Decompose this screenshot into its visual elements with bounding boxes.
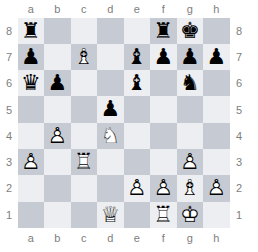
square-a4[interactable] [18, 123, 45, 149]
file-label-h: h [203, 230, 230, 246]
file-label-e: e [124, 1, 151, 17]
white-pawn-g3: ♟♙ [177, 149, 204, 175]
white-piece-fill: ♜ [71, 149, 98, 175]
rank-label-2: 2 [1, 175, 17, 201]
file-labels-bottom: abcdefgh [18, 230, 230, 246]
white-piece-outline: ♗ [177, 175, 204, 201]
square-h3[interactable] [203, 149, 230, 175]
square-g6[interactable]: ♞ [177, 70, 204, 96]
rank-label-1: 1 [1, 202, 17, 228]
square-f4[interactable] [150, 123, 177, 149]
square-h2[interactable]: ♟♙ [203, 175, 230, 201]
file-label-g: g [177, 1, 204, 17]
rank-label-4: 4 [1, 123, 17, 149]
white-piece-outline: ♙ [124, 175, 151, 201]
rank-labels-left: 87654321 [1, 18, 17, 228]
white-piece-fill: ♚ [177, 202, 204, 228]
square-c3[interactable]: ♜♖ [71, 149, 98, 175]
black-bishop-e7: ♝ [124, 44, 151, 70]
square-e6[interactable]: ♝ [124, 70, 151, 96]
white-pawn-e2: ♟♙ [124, 175, 151, 201]
rank-label-8: 8 [231, 18, 247, 44]
square-b5[interactable] [44, 96, 71, 122]
square-a2[interactable] [18, 175, 45, 201]
white-piece-fill: ♜ [150, 202, 177, 228]
square-g4[interactable] [177, 123, 204, 149]
square-c4[interactable] [71, 123, 98, 149]
black-pawn-b6: ♟ [44, 70, 71, 96]
white-piece-outline: ♙ [150, 175, 177, 201]
white-pawn-a3: ♟♙ [18, 149, 45, 175]
square-e5[interactable] [124, 96, 151, 122]
square-d7[interactable] [97, 44, 124, 70]
square-a8[interactable]: ♜ [18, 18, 45, 44]
square-g5[interactable] [177, 96, 204, 122]
white-piece-fill: ♟ [203, 175, 230, 201]
square-g8[interactable]: ♚ [177, 18, 204, 44]
file-label-d: d [97, 1, 124, 17]
square-f3[interactable] [150, 149, 177, 175]
white-piece-outline: ♙ [18, 149, 45, 175]
file-label-d: d [97, 230, 124, 246]
rank-label-4: 4 [231, 123, 247, 149]
white-rook-c3: ♜♖ [71, 149, 98, 175]
white-bishop-g2: ♝♗ [177, 175, 204, 201]
file-label-a: a [18, 1, 45, 17]
square-b4[interactable]: ♟♙ [44, 123, 71, 149]
rank-label-3: 3 [231, 149, 247, 175]
black-queen-a6: ♛ [18, 70, 45, 96]
black-rook-f8: ♜ [150, 18, 177, 44]
rank-label-5: 5 [231, 96, 247, 122]
white-piece-outline: ♕ [97, 202, 124, 228]
square-d5[interactable]: ♟ [97, 96, 124, 122]
square-f5[interactable] [150, 96, 177, 122]
white-piece-outline: ♙ [44, 123, 71, 149]
white-piece-outline: ♘ [97, 123, 124, 149]
rank-label-5: 5 [1, 96, 17, 122]
white-piece-outline: ♗ [71, 44, 98, 70]
rank-label-8: 8 [1, 18, 17, 44]
square-a7[interactable]: ♟ [18, 44, 45, 70]
square-d1[interactable]: ♛♕ [97, 202, 124, 228]
white-piece-outline: ♖ [150, 202, 177, 228]
square-h6[interactable] [203, 70, 230, 96]
rank-label-6: 6 [1, 70, 17, 96]
white-piece-fill: ♝ [71, 44, 98, 70]
white-knight-d4: ♞♘ [97, 123, 124, 149]
file-label-c: c [71, 230, 98, 246]
file-labels-top: abcdefgh [18, 1, 230, 17]
rank-labels-right: 87654321 [231, 18, 247, 228]
rank-label-7: 7 [231, 44, 247, 70]
square-a1[interactable] [18, 202, 45, 228]
square-f7[interactable]: ♟ [150, 44, 177, 70]
square-b7[interactable] [44, 44, 71, 70]
white-piece-fill: ♝ [177, 175, 204, 201]
rank-label-7: 7 [1, 44, 17, 70]
black-pawn-g7: ♟ [177, 44, 204, 70]
square-c6[interactable] [71, 70, 98, 96]
rank-label-3: 3 [1, 149, 17, 175]
chess-board: ♜♜♚♟♝♗♝♟♟♟♛♟♝♞♟♟♙♞♘♟♙♜♖♟♙♟♙♟♙♝♗♟♙♛♕♜♖♚♔ [18, 18, 230, 228]
chess-diagram: abcdefgh 87654321 ♜♜♚♟♝♗♝♟♟♟♛♟♝♞♟♟♙♞♘♟♙♜… [0, 0, 258, 252]
file-label-e: e [124, 230, 151, 246]
square-c2[interactable] [71, 175, 98, 201]
black-pawn-f7: ♟ [150, 44, 177, 70]
white-piece-fill: ♛ [97, 202, 124, 228]
white-pawn-f2: ♟♙ [150, 175, 177, 201]
square-c1[interactable] [71, 202, 98, 228]
black-knight-g6: ♞ [177, 70, 204, 96]
black-pawn-a7: ♟ [18, 44, 45, 70]
square-f6[interactable] [150, 70, 177, 96]
white-piece-fill: ♟ [124, 175, 151, 201]
file-label-b: b [44, 230, 71, 246]
file-label-b: b [44, 1, 71, 17]
white-bishop-c7: ♝♗ [71, 44, 98, 70]
black-king-g8: ♚ [177, 18, 204, 44]
square-e1[interactable] [124, 202, 151, 228]
square-e4[interactable] [124, 123, 151, 149]
square-f1[interactable]: ♜♖ [150, 202, 177, 228]
black-rook-a8: ♜ [18, 18, 45, 44]
square-h4[interactable] [203, 123, 230, 149]
file-label-h: h [203, 1, 230, 17]
white-pawn-h2: ♟♙ [203, 175, 230, 201]
square-a6[interactable]: ♛ [18, 70, 45, 96]
square-c8[interactable] [71, 18, 98, 44]
square-b1[interactable] [44, 202, 71, 228]
square-g7[interactable]: ♟ [177, 44, 204, 70]
square-f2[interactable]: ♟♙ [150, 175, 177, 201]
square-a5[interactable] [18, 96, 45, 122]
square-h1[interactable] [203, 202, 230, 228]
white-piece-fill: ♞ [97, 123, 124, 149]
white-piece-fill: ♟ [18, 149, 45, 175]
square-d6[interactable] [97, 70, 124, 96]
file-label-f: f [150, 230, 177, 246]
white-piece-outline: ♙ [177, 149, 204, 175]
square-g1[interactable]: ♚♔ [177, 202, 204, 228]
square-b3[interactable] [44, 149, 71, 175]
white-piece-outline: ♖ [71, 149, 98, 175]
black-bishop-e6: ♝ [124, 70, 151, 96]
white-king-g1: ♚♔ [177, 202, 204, 228]
white-piece-fill: ♟ [177, 149, 204, 175]
square-a3[interactable]: ♟♙ [18, 149, 45, 175]
white-piece-fill: ♟ [44, 123, 71, 149]
black-pawn-h7: ♟ [203, 44, 230, 70]
square-b8[interactable] [44, 18, 71, 44]
square-h7[interactable]: ♟ [203, 44, 230, 70]
square-e7[interactable]: ♝ [124, 44, 151, 70]
square-e8[interactable] [124, 18, 151, 44]
square-b6[interactable]: ♟ [44, 70, 71, 96]
file-label-a: a [18, 230, 45, 246]
white-piece-outline: ♔ [177, 202, 204, 228]
file-label-g: g [177, 230, 204, 246]
square-c7[interactable]: ♝♗ [71, 44, 98, 70]
square-g3[interactable]: ♟♙ [177, 149, 204, 175]
square-e2[interactable]: ♟♙ [124, 175, 151, 201]
square-h8[interactable] [203, 18, 230, 44]
square-d2[interactable] [97, 175, 124, 201]
file-label-c: c [71, 1, 98, 17]
white-pawn-b4: ♟♙ [44, 123, 71, 149]
square-c5[interactable] [71, 96, 98, 122]
white-piece-fill: ♟ [150, 175, 177, 201]
square-h5[interactable] [203, 96, 230, 122]
white-piece-outline: ♙ [203, 175, 230, 201]
rank-label-2: 2 [231, 175, 247, 201]
square-g2[interactable]: ♝♗ [177, 175, 204, 201]
rank-label-1: 1 [231, 202, 247, 228]
white-queen-d1: ♛♕ [97, 202, 124, 228]
square-b2[interactable] [44, 175, 71, 201]
white-rook-f1: ♜♖ [150, 202, 177, 228]
square-d4[interactable]: ♞♘ [97, 123, 124, 149]
square-e3[interactable] [124, 149, 151, 175]
black-pawn-d5: ♟ [97, 96, 124, 122]
square-d8[interactable] [97, 18, 124, 44]
square-f8[interactable]: ♜ [150, 18, 177, 44]
rank-label-6: 6 [231, 70, 247, 96]
file-label-f: f [150, 1, 177, 17]
square-d3[interactable] [97, 149, 124, 175]
